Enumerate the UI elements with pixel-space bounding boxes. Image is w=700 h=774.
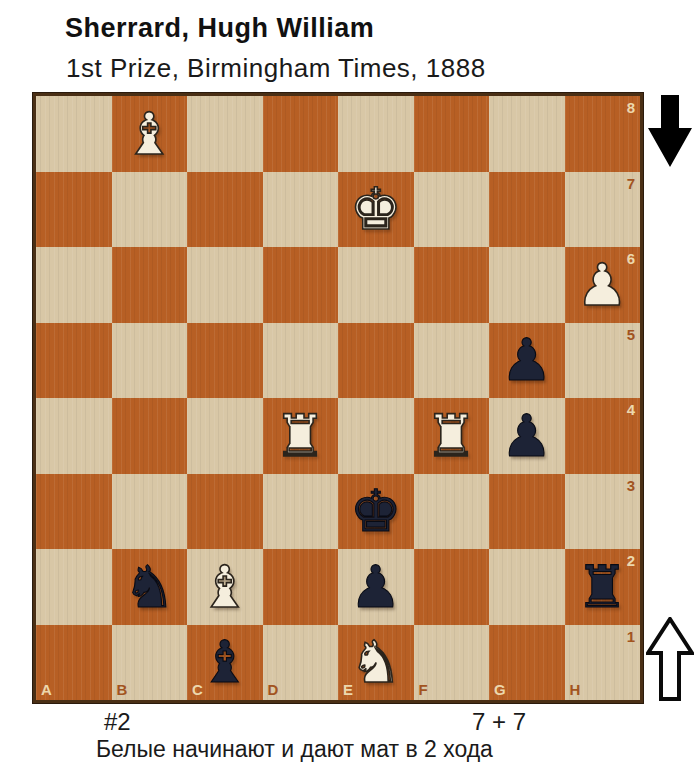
black-pawn[interactable]: ♟ [338,549,414,625]
square-e3[interactable]: ♚ [338,474,414,550]
square-d1[interactable]: D [263,625,339,701]
square-h2[interactable]: 2♜ [565,549,641,625]
square-b5[interactable] [112,323,188,399]
square-c2[interactable]: ♝ [187,549,263,625]
square-b3[interactable] [112,474,188,550]
white-up-arrow-icon [646,617,694,705]
square-g3[interactable] [489,474,565,550]
rank-label-1: 1 [627,629,635,644]
file-label-A: A [41,682,52,697]
file-label-F: F [419,682,428,697]
square-c8[interactable] [187,96,263,172]
file-label-B: B [117,682,128,697]
black-pawn[interactable]: ♟ [489,398,565,474]
square-c5[interactable] [187,323,263,399]
stipulation-label: #2 [104,708,131,736]
square-a3[interactable] [36,474,112,550]
square-g4[interactable]: ♟ [489,398,565,474]
square-f2[interactable] [414,549,490,625]
rank-label-5: 5 [627,327,635,342]
square-e2[interactable]: ♟ [338,549,414,625]
square-b6[interactable] [112,247,188,323]
square-g1[interactable]: G [489,625,565,701]
square-a6[interactable] [36,247,112,323]
square-f3[interactable] [414,474,490,550]
white-rook[interactable]: ♜ [263,398,339,474]
square-h7[interactable]: 7 [565,172,641,248]
square-c7[interactable] [187,172,263,248]
square-a8[interactable] [36,96,112,172]
square-d2[interactable] [263,549,339,625]
square-g8[interactable] [489,96,565,172]
square-h1[interactable]: 1H [565,625,641,701]
square-a4[interactable] [36,398,112,474]
square-b7[interactable] [112,172,188,248]
white-bishop[interactable]: ♝ [112,96,188,172]
material-count-label: 7 + 7 [472,708,526,736]
black-pawn[interactable]: ♟ [489,323,565,399]
rank-label-4: 4 [627,402,635,417]
square-h5[interactable]: 5 [565,323,641,399]
source-line: 1st Prize, Birmingham Times, 1888 [66,53,486,84]
square-g7[interactable] [489,172,565,248]
rank-label-2: 2 [627,553,635,568]
file-label-C: C [192,682,203,697]
square-f6[interactable] [414,247,490,323]
rank-label-6: 6 [627,251,635,266]
rank-label-8: 8 [627,100,635,115]
square-h4[interactable]: 4 [565,398,641,474]
square-a5[interactable] [36,323,112,399]
composer-name: Sherrard, Hugh William [65,13,374,44]
black-king[interactable]: ♚ [338,474,414,550]
rank-label-3: 3 [627,478,635,493]
square-h8[interactable]: 8 [565,96,641,172]
square-c3[interactable] [187,474,263,550]
square-g5[interactable]: ♟ [489,323,565,399]
white-bishop[interactable]: ♝ [187,549,263,625]
square-c4[interactable] [187,398,263,474]
puzzle-page: Sherrard, Hugh William 1st Prize, Birmin… [0,0,700,774]
chessboard: ♝8♚76♟♟5♜♜♟4♚3♞♝♟2♜ABC♝DE♞FG1H [33,93,643,703]
file-label-G: G [494,682,506,697]
white-rook[interactable]: ♜ [414,398,490,474]
file-label-D: D [268,682,279,697]
square-d6[interactable] [263,247,339,323]
rank-label-7: 7 [627,176,635,191]
square-e8[interactable] [338,96,414,172]
black-down-arrow-icon [648,95,692,171]
file-label-E: E [343,682,353,697]
square-d3[interactable] [263,474,339,550]
square-f7[interactable] [414,172,490,248]
square-e5[interactable] [338,323,414,399]
square-e1[interactable]: E♞ [338,625,414,701]
square-b8[interactable]: ♝ [112,96,188,172]
file-label-H: H [570,682,581,697]
square-h3[interactable]: 3 [565,474,641,550]
square-b2[interactable]: ♞ [112,549,188,625]
square-g6[interactable] [489,247,565,323]
square-b4[interactable] [112,398,188,474]
square-e7[interactable]: ♚ [338,172,414,248]
black-knight[interactable]: ♞ [112,549,188,625]
square-g2[interactable] [489,549,565,625]
square-f5[interactable] [414,323,490,399]
square-f1[interactable]: F [414,625,490,701]
square-d4[interactable]: ♜ [263,398,339,474]
square-e6[interactable] [338,247,414,323]
square-e4[interactable] [338,398,414,474]
square-f8[interactable] [414,96,490,172]
square-f4[interactable]: ♜ [414,398,490,474]
square-a7[interactable] [36,172,112,248]
square-c1[interactable]: C♝ [187,625,263,701]
square-c6[interactable] [187,247,263,323]
square-a1[interactable]: A [36,625,112,701]
caption-text: Белые начинают и дают мат в 2 хода [96,736,493,763]
white-king[interactable]: ♚ [338,172,414,248]
square-d5[interactable] [263,323,339,399]
square-h6[interactable]: 6♟ [565,247,641,323]
square-b1[interactable]: B [112,625,188,701]
square-d8[interactable] [263,96,339,172]
square-a2[interactable] [36,549,112,625]
square-d7[interactable] [263,172,339,248]
